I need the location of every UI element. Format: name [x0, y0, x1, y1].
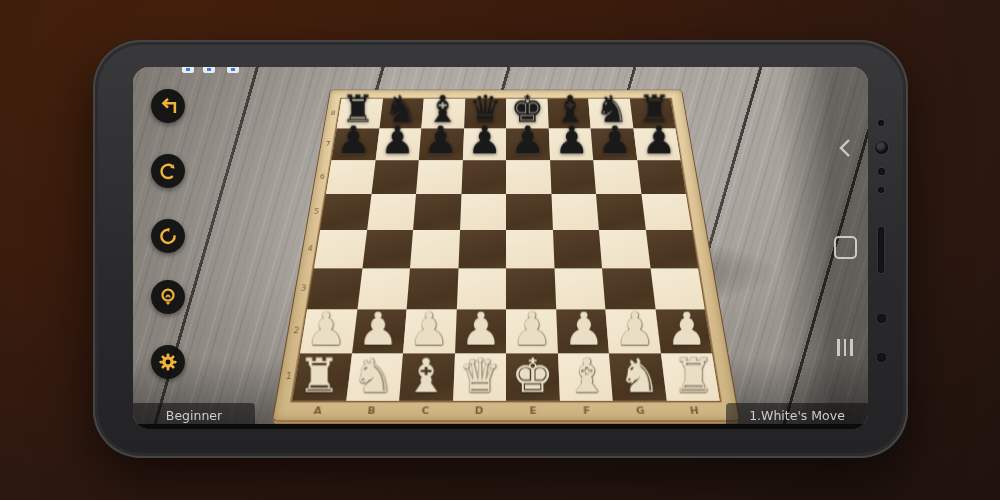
square-c5[interactable]: [413, 194, 461, 230]
square-d7[interactable]: ♟: [462, 129, 506, 161]
rank-label: 6: [316, 174, 328, 180]
square-c6[interactable]: [416, 160, 462, 194]
square-g6[interactable]: [593, 160, 641, 194]
rotate-counterclockwise-button[interactable]: [151, 219, 185, 253]
piece-white-knight: ♞: [613, 353, 666, 400]
bezel-speaker-pill: [878, 227, 884, 273]
square-h1[interactable]: ♜: [660, 353, 719, 400]
square-f7[interactable]: ♟: [548, 129, 593, 161]
square-a2[interactable]: ♟: [300, 309, 357, 353]
back-button[interactable]: [151, 89, 185, 123]
file-label: E: [506, 404, 560, 418]
hint-lightbulb-icon: [157, 286, 179, 308]
square-h2[interactable]: ♟: [655, 309, 712, 353]
square-e7[interactable]: ♟: [506, 129, 550, 161]
square-h4[interactable]: [645, 230, 698, 268]
nav-home-button[interactable]: [830, 232, 860, 262]
rotate-counterclockwise-icon: [157, 225, 179, 247]
piece-white-pawn: ♟: [506, 307, 557, 352]
piece-black-pawn: ♟: [462, 121, 506, 159]
difficulty-badge[interactable]: Beginner: [133, 403, 255, 429]
file-label: A: [290, 404, 346, 418]
square-b4[interactable]: [362, 230, 413, 268]
square-h6[interactable]: [637, 160, 686, 194]
square-e5[interactable]: [506, 194, 552, 230]
file-label: H: [667, 404, 723, 418]
piece-white-pawn: ♟: [557, 307, 608, 352]
nav-recents-button[interactable]: [830, 332, 860, 362]
square-d4[interactable]: [458, 230, 506, 268]
bezel-sensor-dot: [878, 120, 884, 126]
back-icon: [157, 95, 179, 117]
file-label: C: [398, 404, 453, 418]
square-f4[interactable]: [552, 230, 602, 268]
home-outline-icon: [834, 236, 857, 259]
square-e6[interactable]: [506, 160, 551, 194]
piece-black-pawn: ♟: [375, 121, 419, 159]
file-label: G: [613, 404, 668, 418]
piece-black-pawn: ♟: [637, 121, 681, 159]
square-h7[interactable]: ♟: [633, 129, 681, 161]
phone-frame: ♜♞♝♛♚♝♞♜♟♟♟♟♟♟♟♟♟♟♟♟♟♟♟♟♜♞♝♛♚♝♞♜ ABCDEFG…: [93, 40, 908, 458]
square-e1[interactable]: ♚: [506, 353, 559, 400]
piece-black-pawn: ♟: [506, 121, 550, 159]
piece-white-pawn: ♟: [300, 307, 351, 352]
square-f1[interactable]: ♝: [557, 353, 612, 400]
chess-board: ♜♞♝♛♚♝♞♜♟♟♟♟♟♟♟♟♟♟♟♟♟♟♟♟♜♞♝♛♚♝♞♜ ABCDEFG…: [273, 90, 739, 420]
square-g4[interactable]: [599, 230, 650, 268]
square-a1[interactable]: ♜: [292, 353, 351, 400]
piece-black-pawn: ♟: [550, 121, 594, 159]
square-c4[interactable]: [410, 230, 460, 268]
nav-back-button[interactable]: [830, 133, 860, 163]
chess-board-squares: ♜♞♝♛♚♝♞♜♟♟♟♟♟♟♟♟♟♟♟♟♟♟♟♟♜♞♝♛♚♝♞♜: [292, 99, 719, 401]
square-c2[interactable]: ♟: [403, 309, 456, 353]
bezel-sensor-dot: [878, 168, 885, 175]
rotate-clockwise-icon: [157, 160, 179, 182]
square-c7[interactable]: ♟: [419, 129, 464, 161]
file-label: D: [452, 404, 506, 418]
square-b6[interactable]: [371, 160, 419, 194]
file-label: B: [344, 404, 399, 418]
square-a7[interactable]: ♟: [332, 129, 380, 161]
square-h5[interactable]: [641, 194, 692, 230]
file-labels: ABCDEFGH: [290, 404, 723, 418]
notification-icon: [182, 67, 194, 73]
piece-white-pawn: ♟: [403, 307, 454, 352]
hint-button[interactable]: [151, 280, 185, 314]
piece-white-pawn: ♟: [455, 307, 506, 352]
square-a6[interactable]: [326, 160, 375, 194]
square-e2[interactable]: ♟: [506, 309, 557, 353]
screen: ♜♞♝♛♚♝♞♜♟♟♟♟♟♟♟♟♟♟♟♟♟♟♟♟♜♞♝♛♚♝♞♜ ABCDEFG…: [133, 67, 868, 429]
square-f2[interactable]: ♟: [556, 309, 609, 353]
square-d2[interactable]: ♟: [455, 309, 506, 353]
rank-label: 5: [310, 209, 323, 215]
piece-white-rook: ♜: [293, 353, 346, 400]
square-f5[interactable]: [551, 194, 599, 230]
piece-white-queen: ♛: [453, 353, 506, 400]
bezel-sensor-dot: [878, 187, 884, 193]
rank-label: 4: [303, 246, 316, 253]
notification-icon: [203, 67, 215, 73]
square-a5[interactable]: [320, 194, 371, 230]
square-g2[interactable]: ♟: [605, 309, 660, 353]
file-label: F: [560, 404, 615, 418]
board-scene: ♜♞♝♛♚♝♞♜♟♟♟♟♟♟♟♟♟♟♟♟♟♟♟♟♜♞♝♛♚♝♞♜ ABCDEFG…: [223, 67, 789, 429]
piece-white-pawn: ♟: [609, 307, 660, 352]
bezel-sensor-dot: [877, 353, 886, 362]
square-f6[interactable]: [550, 160, 596, 194]
square-d5[interactable]: [460, 194, 506, 230]
back-chevron-icon: [838, 138, 852, 158]
square-c1[interactable]: ♝: [399, 353, 454, 400]
piece-black-pawn: ♟: [419, 121, 463, 159]
settings-gear-icon: [157, 351, 179, 373]
piece-white-pawn: ♟: [352, 307, 403, 352]
square-g7[interactable]: ♟: [591, 129, 637, 161]
bezel-camera: [875, 141, 888, 154]
bezel-sensor-dot: [877, 314, 886, 323]
square-d1[interactable]: ♛: [453, 353, 506, 400]
piece-black-pawn: ♟: [593, 121, 637, 159]
square-g1[interactable]: ♞: [609, 353, 666, 400]
rotate-clockwise-button[interactable]: [151, 154, 185, 188]
piece-black-pawn: ♟: [332, 121, 376, 159]
square-b7[interactable]: ♟: [375, 129, 421, 161]
piece-white-knight: ♞: [346, 353, 399, 400]
square-g5[interactable]: [596, 194, 645, 230]
piece-white-rook: ♜: [666, 353, 719, 400]
square-b1[interactable]: ♞: [346, 353, 403, 400]
square-d6[interactable]: [461, 160, 506, 194]
square-e4[interactable]: [506, 230, 554, 268]
settings-button[interactable]: [151, 345, 185, 379]
piece-white-bishop: ♝: [399, 353, 452, 400]
piece-white-king: ♚: [506, 353, 559, 400]
square-b5[interactable]: [367, 194, 416, 230]
recents-bars-icon: [837, 339, 853, 356]
rank-label: 3: [296, 285, 310, 292]
move-indicator: 1.White's Move: [726, 403, 868, 429]
piece-white-bishop: ♝: [559, 353, 612, 400]
square-b2[interactable]: ♟: [352, 309, 407, 353]
piece-white-pawn: ♟: [660, 307, 711, 352]
square-a4[interactable]: [314, 230, 367, 268]
